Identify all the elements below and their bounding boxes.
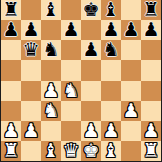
piece-white-pawn[interactable]: ♟: [102, 121, 119, 140]
square-b5[interactable]: [21, 60, 41, 80]
piece-white-pawn[interactable]: ♟: [122, 101, 139, 120]
piece-black-pawn[interactable]: ♟: [142, 20, 159, 39]
square-e2[interactable]: ♟: [81, 121, 101, 141]
square-g1[interactable]: [121, 141, 141, 161]
piece-black-pawn[interactable]: ♟: [2, 20, 19, 39]
piece-white-rook[interactable]: ♜: [142, 141, 159, 160]
square-c3[interactable]: ♞: [41, 101, 61, 121]
square-g7[interactable]: ♟: [121, 20, 141, 40]
square-h2[interactable]: ♟: [141, 121, 161, 141]
piece-black-knight[interactable]: ♞: [42, 40, 59, 59]
piece-white-pawn[interactable]: ♟: [142, 121, 159, 140]
square-g2[interactable]: [121, 121, 141, 141]
square-e1[interactable]: ♚: [81, 141, 101, 161]
square-a6[interactable]: [1, 40, 21, 60]
square-e6[interactable]: ♟: [81, 40, 101, 60]
piece-black-rook[interactable]: ♜: [142, 0, 159, 19]
square-a2[interactable]: ♟: [1, 121, 21, 141]
square-g4[interactable]: [121, 81, 141, 101]
square-f1[interactable]: ♝: [101, 141, 121, 161]
square-h8[interactable]: ♜: [141, 0, 161, 20]
square-e8[interactable]: ♚: [81, 0, 101, 20]
square-g5[interactable]: [121, 60, 141, 80]
square-f2[interactable]: ♟: [101, 121, 121, 141]
square-a7[interactable]: ♟: [1, 20, 21, 40]
piece-white-pawn[interactable]: ♟: [82, 121, 99, 140]
square-d8[interactable]: [61, 0, 81, 20]
square-g6[interactable]: [121, 40, 141, 60]
square-d3[interactable]: [61, 101, 81, 121]
square-h6[interactable]: [141, 40, 161, 60]
piece-black-pawn[interactable]: ♟: [102, 20, 119, 39]
piece-white-knight[interactable]: ♞: [62, 81, 79, 100]
square-c5[interactable]: [41, 60, 61, 80]
square-b6[interactable]: ♛: [21, 40, 41, 60]
square-a4[interactable]: [1, 81, 21, 101]
piece-white-pawn[interactable]: ♟: [2, 121, 19, 140]
square-h1[interactable]: ♜: [141, 141, 161, 161]
square-h4[interactable]: [141, 81, 161, 101]
square-f3[interactable]: [101, 101, 121, 121]
square-e3[interactable]: [81, 101, 101, 121]
square-a5[interactable]: [1, 60, 21, 80]
piece-white-rook[interactable]: ♜: [2, 141, 19, 160]
square-f5[interactable]: [101, 60, 121, 80]
square-c2[interactable]: [41, 121, 61, 141]
piece-white-bishop[interactable]: ♝: [42, 141, 59, 160]
square-c8[interactable]: ♝: [41, 0, 61, 20]
piece-white-queen[interactable]: ♛: [62, 141, 79, 160]
piece-white-knight[interactable]: ♞: [42, 101, 59, 120]
square-c6[interactable]: ♞: [41, 40, 61, 60]
square-c4[interactable]: ♟: [41, 81, 61, 101]
square-f6[interactable]: ♞: [101, 40, 121, 60]
piece-white-bishop[interactable]: ♝: [102, 141, 119, 160]
piece-black-bishop[interactable]: ♝: [102, 0, 119, 19]
piece-black-king[interactable]: ♚: [82, 0, 99, 19]
square-b4[interactable]: [21, 81, 41, 101]
square-d6[interactable]: [61, 40, 81, 60]
square-a1[interactable]: ♜: [1, 141, 21, 161]
square-f8[interactable]: ♝: [101, 0, 121, 20]
square-b7[interactable]: ♟: [21, 20, 41, 40]
piece-black-rook[interactable]: ♜: [2, 0, 19, 19]
square-g8[interactable]: [121, 0, 141, 20]
piece-black-pawn[interactable]: ♟: [62, 20, 79, 39]
piece-white-king[interactable]: ♚: [82, 141, 99, 160]
piece-white-pawn[interactable]: ♟: [42, 81, 59, 100]
square-b1[interactable]: [21, 141, 41, 161]
chess-board: ♜♝♚♝♜♟♟♟♟♟♟♛♞♟♞♟♞♞♟♟♟♟♟♟♜♝♛♚♝♜: [0, 0, 162, 162]
square-c7[interactable]: [41, 20, 61, 40]
square-d1[interactable]: ♛: [61, 141, 81, 161]
piece-black-knight[interactable]: ♞: [102, 40, 119, 59]
square-d5[interactable]: [61, 60, 81, 80]
square-h7[interactable]: ♟: [141, 20, 161, 40]
square-d2[interactable]: [61, 121, 81, 141]
piece-black-bishop[interactable]: ♝: [42, 0, 59, 19]
piece-black-queen[interactable]: ♛: [22, 40, 39, 59]
square-a3[interactable]: [1, 101, 21, 121]
piece-black-pawn[interactable]: ♟: [122, 20, 139, 39]
square-f4[interactable]: [101, 81, 121, 101]
piece-black-pawn[interactable]: ♟: [22, 20, 39, 39]
square-b2[interactable]: ♟: [21, 121, 41, 141]
square-d7[interactable]: ♟: [61, 20, 81, 40]
square-f7[interactable]: ♟: [101, 20, 121, 40]
square-d4[interactable]: ♞: [61, 81, 81, 101]
square-b3[interactable]: [21, 101, 41, 121]
screenshot-root: ♜♝♚♝♜♟♟♟♟♟♟♛♞♟♞♟♞♞♟♟♟♟♟♟♜♝♛♚♝♜: [0, 0, 162, 162]
square-g3[interactable]: ♟: [121, 101, 141, 121]
piece-black-pawn[interactable]: ♟: [82, 40, 99, 59]
square-b8[interactable]: [21, 0, 41, 20]
square-c1[interactable]: ♝: [41, 141, 61, 161]
square-h3[interactable]: [141, 101, 161, 121]
piece-white-pawn[interactable]: ♟: [22, 121, 39, 140]
square-h5[interactable]: [141, 60, 161, 80]
square-e4[interactable]: [81, 81, 101, 101]
square-a8[interactable]: ♜: [1, 0, 21, 20]
square-e5[interactable]: [81, 60, 101, 80]
square-e7[interactable]: [81, 20, 101, 40]
